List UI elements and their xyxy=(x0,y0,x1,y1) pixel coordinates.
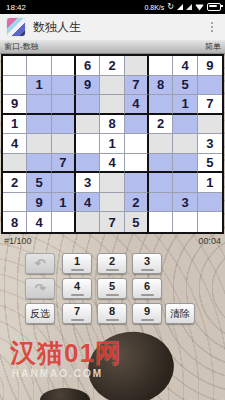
sudoku-cell[interactable]: 9 xyxy=(3,95,27,115)
number-button-9[interactable]: 9 xyxy=(132,303,162,324)
sudoku-cell[interactable]: 5 xyxy=(173,76,197,96)
sudoku-cell[interactable] xyxy=(52,76,76,96)
sudoku-cell[interactable] xyxy=(76,134,100,154)
window-bar: 窗口-数独 简单 xyxy=(0,40,225,54)
window-label: 窗口-数独 xyxy=(4,41,39,52)
number-button-5[interactable]: 5 xyxy=(97,278,127,299)
sudoku-cell[interactable]: 4 xyxy=(3,134,27,154)
sudoku-cell[interactable] xyxy=(149,193,173,213)
sudoku-cell[interactable] xyxy=(76,154,100,174)
status-bar: 18:42 0.8K/s ↻ xyxy=(0,0,225,14)
number-button-1[interactable]: 1 xyxy=(62,253,92,274)
sudoku-cell[interactable] xyxy=(52,173,76,193)
sudoku-cell[interactable]: 4 xyxy=(27,212,51,232)
sudoku-cell[interactable] xyxy=(149,56,173,76)
sudoku-cell[interactable] xyxy=(100,173,124,193)
sudoku-cell[interactable] xyxy=(52,115,76,135)
sudoku-cell[interactable]: 2 xyxy=(149,115,173,135)
sudoku-cell[interactable]: 1 xyxy=(100,134,124,154)
keypad-row-3: 反选 7 8 9 清除 xyxy=(25,303,203,324)
sudoku-cell[interactable]: 1 xyxy=(3,115,27,135)
sudoku-cell[interactable] xyxy=(125,115,149,135)
sudoku-cell[interactable]: 4 xyxy=(173,56,197,76)
sudoku-cell[interactable]: 8 xyxy=(149,76,173,96)
undo-button[interactable]: ↶ xyxy=(25,253,55,274)
sudoku-cell[interactable] xyxy=(198,212,222,232)
sudoku-cell[interactable]: 3 xyxy=(173,193,197,213)
sudoku-cell[interactable] xyxy=(125,134,149,154)
redo-icon: ↷ xyxy=(35,282,46,295)
sudoku-cell[interactable]: 1 xyxy=(173,95,197,115)
sudoku-cell[interactable]: 7 xyxy=(52,154,76,174)
sudoku-cell[interactable]: 7 xyxy=(125,76,149,96)
number-button-2[interactable]: 2 xyxy=(97,253,127,274)
clock: 18:42 xyxy=(6,3,26,12)
sudoku-cell[interactable] xyxy=(198,115,222,135)
sudoku-cell[interactable]: 4 xyxy=(100,154,124,174)
keypad-row-2: ↷ 4 5 6 xyxy=(25,278,203,299)
sudoku-cell[interactable] xyxy=(149,212,173,232)
sudoku-cell[interactable] xyxy=(149,134,173,154)
timer: 00:04 xyxy=(198,236,221,248)
sudoku-cell[interactable] xyxy=(149,95,173,115)
data-sync-icon: ↻ xyxy=(167,3,174,11)
sudoku-cell[interactable] xyxy=(198,76,222,96)
redo-button[interactable]: ↷ xyxy=(25,278,55,299)
sudoku-cell[interactable] xyxy=(52,95,76,115)
keypad-row-1: ↶ 1 2 3 xyxy=(25,253,203,274)
sudoku-cell[interactable] xyxy=(173,115,197,135)
screen: 18:42 0.8K/s ↻ 数独人生 窗口-数独 简单 62491978594… xyxy=(0,0,225,400)
invert-selection-button[interactable]: 反选 xyxy=(25,303,55,324)
sudoku-cell[interactable]: 1 xyxy=(52,193,76,213)
sudoku-cell[interactable]: 9 xyxy=(198,56,222,76)
sudoku-cell[interactable] xyxy=(27,115,51,135)
sudoku-cell[interactable] xyxy=(100,193,124,213)
sudoku-cell[interactable]: 5 xyxy=(27,173,51,193)
clear-button[interactable]: 清除 xyxy=(165,303,195,324)
sudoku-cell[interactable] xyxy=(27,95,51,115)
sudoku-cell[interactable] xyxy=(100,95,124,115)
overflow-menu-icon[interactable] xyxy=(208,19,216,35)
sudoku-cell[interactable] xyxy=(27,56,51,76)
sudoku-cell[interactable]: 5 xyxy=(198,154,222,174)
sudoku-cell[interactable] xyxy=(52,134,76,154)
sudoku-cell[interactable]: 5 xyxy=(125,212,149,232)
sudoku-cell[interactable] xyxy=(27,154,51,174)
sudoku-cell[interactable] xyxy=(125,154,149,174)
number-button-6[interactable]: 6 xyxy=(132,278,162,299)
sudoku-cell[interactable] xyxy=(173,212,197,232)
zen-stone-small xyxy=(40,388,90,400)
watermark-text: 汉猫01网 xyxy=(10,336,122,371)
number-button-4[interactable]: 4 xyxy=(62,278,92,299)
signal-icon xyxy=(177,4,183,10)
sudoku-cell[interactable] xyxy=(173,154,197,174)
sudoku-cell[interactable] xyxy=(173,173,197,193)
sudoku-cell[interactable]: 8 xyxy=(3,212,27,232)
sudoku-cell[interactable] xyxy=(149,154,173,174)
number-button-8[interactable]: 8 xyxy=(97,303,127,324)
sudoku-cell[interactable]: 4 xyxy=(76,193,100,213)
sudoku-cell[interactable] xyxy=(52,56,76,76)
sudoku-cell[interactable]: 2 xyxy=(125,193,149,213)
battery-icon xyxy=(207,3,221,11)
wifi-icon xyxy=(195,4,204,11)
sudoku-cell[interactable] xyxy=(27,134,51,154)
sudoku-cell[interactable] xyxy=(3,154,27,174)
app-title: 数独人生 xyxy=(33,19,81,36)
sudoku-cell[interactable]: 2 xyxy=(100,56,124,76)
sudoku-cell[interactable] xyxy=(76,212,100,232)
info-bar: #1/100 00:04 xyxy=(0,236,225,248)
sudoku-cell[interactable] xyxy=(3,56,27,76)
sudoku-board: 62491978594171824137452531914238475 xyxy=(1,54,224,234)
sudoku-cell[interactable] xyxy=(3,76,27,96)
number-button-7[interactable]: 7 xyxy=(62,303,92,324)
app-bar: 数独人生 xyxy=(0,14,225,41)
sudoku-cell[interactable]: 1 xyxy=(198,173,222,193)
sudoku-cell[interactable]: 7 xyxy=(100,212,124,232)
sudoku-cell[interactable]: 6 xyxy=(76,56,100,76)
sudoku-cell[interactable]: 1 xyxy=(27,76,51,96)
sudoku-cell[interactable]: 3 xyxy=(76,173,100,193)
keypad: ↶ 1 2 3 ↷ 4 5 6 xyxy=(25,253,203,328)
sudoku-cell[interactable] xyxy=(149,173,173,193)
signal2-icon xyxy=(186,4,192,10)
sudoku-cell[interactable]: 9 xyxy=(76,76,100,96)
sudoku-cell[interactable]: 2 xyxy=(3,173,27,193)
sudoku-cell[interactable] xyxy=(125,173,149,193)
status-icons: 0.8K/s ↻ xyxy=(144,3,221,11)
puzzle-index: #1/100 xyxy=(4,236,32,248)
sudoku-cell[interactable] xyxy=(100,76,124,96)
sudoku-cell[interactable] xyxy=(125,56,149,76)
sudoku-cell[interactable] xyxy=(3,193,27,213)
app-icon xyxy=(7,18,25,36)
sudoku-cell[interactable] xyxy=(76,95,100,115)
sudoku-cell[interactable]: 9 xyxy=(27,193,51,213)
sudoku-cell[interactable] xyxy=(173,134,197,154)
sudoku-cell[interactable]: 3 xyxy=(198,134,222,154)
sudoku-cell[interactable] xyxy=(198,193,222,213)
difficulty-badge: 简单 xyxy=(205,41,221,52)
number-button-3[interactable]: 3 xyxy=(132,253,162,274)
undo-icon: ↶ xyxy=(35,257,46,270)
sudoku-cell[interactable] xyxy=(52,212,76,232)
sudoku-cell[interactable] xyxy=(76,115,100,135)
sudoku-cell[interactable]: 7 xyxy=(198,95,222,115)
network-speed: 0.8K/s xyxy=(144,4,164,11)
watermark-domain: HANMAO.COM xyxy=(12,368,103,379)
sudoku-cell[interactable]: 8 xyxy=(100,115,124,135)
sudoku-cell[interactable]: 4 xyxy=(125,95,149,115)
